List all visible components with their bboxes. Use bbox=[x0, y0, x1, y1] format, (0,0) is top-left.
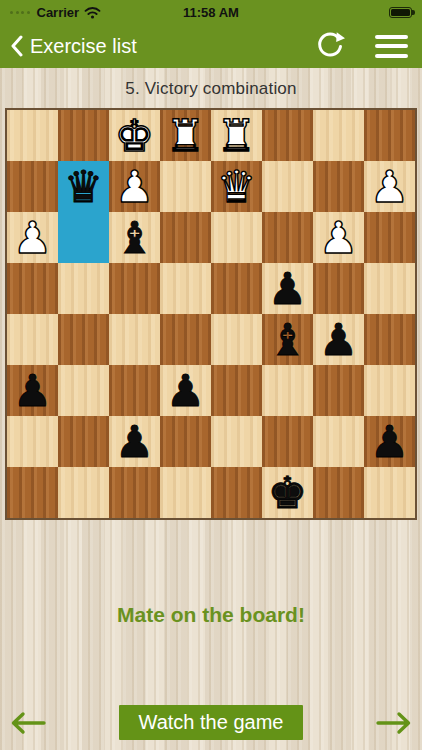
previous-exercise-button[interactable] bbox=[10, 711, 46, 735]
black-pawn-piece: ♟ bbox=[370, 416, 409, 467]
footer-controls: Watch the game bbox=[0, 705, 422, 740]
menu-button[interactable] bbox=[375, 35, 408, 58]
chevron-left-icon bbox=[10, 35, 23, 57]
square-f6[interactable] bbox=[262, 212, 313, 263]
battery-icon bbox=[389, 7, 412, 18]
square-c4[interactable] bbox=[109, 314, 160, 365]
white-rook-piece: ♜ bbox=[217, 110, 256, 161]
square-a8[interactable] bbox=[7, 110, 58, 161]
square-c5[interactable] bbox=[109, 263, 160, 314]
square-a5[interactable] bbox=[7, 263, 58, 314]
white-king-piece: ♚ bbox=[115, 110, 154, 161]
square-b5[interactable] bbox=[58, 263, 109, 314]
white-pawn-piece: ♟ bbox=[13, 212, 52, 263]
square-e7[interactable]: ♛ bbox=[211, 161, 262, 212]
square-d2[interactable] bbox=[160, 416, 211, 467]
white-pawn-piece: ♟ bbox=[370, 161, 409, 212]
square-a1[interactable] bbox=[7, 467, 58, 518]
square-h5[interactable] bbox=[364, 263, 415, 314]
square-f4[interactable]: ♝ bbox=[262, 314, 313, 365]
hamburger-menu-icon bbox=[375, 35, 408, 39]
square-g2[interactable] bbox=[313, 416, 364, 467]
square-e4[interactable] bbox=[211, 314, 262, 365]
square-d4[interactable] bbox=[160, 314, 211, 365]
square-c7[interactable]: ♟ bbox=[109, 161, 160, 212]
square-b8[interactable] bbox=[58, 110, 109, 161]
white-queen-piece: ♛ bbox=[217, 161, 256, 212]
white-pawn-piece: ♟ bbox=[319, 212, 358, 263]
black-pawn-piece: ♟ bbox=[115, 416, 154, 467]
square-a4[interactable] bbox=[7, 314, 58, 365]
square-a2[interactable] bbox=[7, 416, 58, 467]
black-queen-piece: ♛ bbox=[64, 161, 103, 212]
refresh-button[interactable] bbox=[315, 31, 345, 61]
refresh-icon bbox=[315, 31, 345, 61]
square-f7[interactable] bbox=[262, 161, 313, 212]
square-e5[interactable] bbox=[211, 263, 262, 314]
square-b3[interactable] bbox=[58, 365, 109, 416]
square-f2[interactable] bbox=[262, 416, 313, 467]
square-g8[interactable] bbox=[313, 110, 364, 161]
status-message: Mate on the board! bbox=[0, 603, 422, 627]
square-d6[interactable] bbox=[160, 212, 211, 263]
square-b2[interactable] bbox=[58, 416, 109, 467]
black-pawn-piece: ♟ bbox=[319, 314, 358, 365]
square-h7[interactable]: ♟ bbox=[364, 161, 415, 212]
square-b4[interactable] bbox=[58, 314, 109, 365]
square-d1[interactable] bbox=[160, 467, 211, 518]
square-g1[interactable] bbox=[313, 467, 364, 518]
square-e6[interactable] bbox=[211, 212, 262, 263]
square-a7[interactable] bbox=[7, 161, 58, 212]
black-king-piece: ♚ bbox=[268, 467, 307, 518]
chess-board: ♚♜♜♛♟♛♟♟♝♟♟♝♟♟♟♟♟♚ bbox=[5, 108, 417, 520]
square-h3[interactable] bbox=[364, 365, 415, 416]
square-h4[interactable] bbox=[364, 314, 415, 365]
square-e3[interactable] bbox=[211, 365, 262, 416]
nav-bar: Exercise list bbox=[0, 24, 422, 68]
square-c1[interactable] bbox=[109, 467, 160, 518]
square-c3[interactable] bbox=[109, 365, 160, 416]
clock: 11:58 AM bbox=[0, 5, 422, 20]
watch-game-button[interactable]: Watch the game bbox=[119, 705, 304, 740]
square-c8[interactable]: ♚ bbox=[109, 110, 160, 161]
square-b1[interactable] bbox=[58, 467, 109, 518]
black-pawn-piece: ♟ bbox=[13, 365, 52, 416]
square-d3[interactable]: ♟ bbox=[160, 365, 211, 416]
square-g7[interactable] bbox=[313, 161, 364, 212]
square-b7[interactable]: ♛ bbox=[58, 161, 109, 212]
square-h6[interactable] bbox=[364, 212, 415, 263]
black-bishop-piece: ♝ bbox=[268, 314, 307, 365]
square-g4[interactable]: ♟ bbox=[313, 314, 364, 365]
square-e2[interactable] bbox=[211, 416, 262, 467]
square-g6[interactable]: ♟ bbox=[313, 212, 364, 263]
back-button-label: Exercise list bbox=[30, 35, 137, 58]
square-a6[interactable]: ♟ bbox=[7, 212, 58, 263]
square-g5[interactable] bbox=[313, 263, 364, 314]
square-c6[interactable]: ♝ bbox=[109, 212, 160, 263]
page-title: 5. Victory combination bbox=[0, 79, 422, 99]
square-g3[interactable] bbox=[313, 365, 364, 416]
square-d8[interactable]: ♜ bbox=[160, 110, 211, 161]
square-c2[interactable]: ♟ bbox=[109, 416, 160, 467]
square-f3[interactable] bbox=[262, 365, 313, 416]
square-h1[interactable] bbox=[364, 467, 415, 518]
square-e1[interactable] bbox=[211, 467, 262, 518]
arrow-right-icon bbox=[376, 711, 412, 735]
square-h8[interactable] bbox=[364, 110, 415, 161]
square-d7[interactable] bbox=[160, 161, 211, 212]
square-h2[interactable]: ♟ bbox=[364, 416, 415, 467]
black-pawn-piece: ♟ bbox=[268, 263, 307, 314]
white-rook-piece: ♜ bbox=[166, 110, 205, 161]
square-f8[interactable] bbox=[262, 110, 313, 161]
next-exercise-button[interactable] bbox=[376, 711, 412, 735]
square-b6[interactable] bbox=[58, 212, 109, 263]
black-pawn-piece: ♟ bbox=[166, 365, 205, 416]
white-pawn-piece: ♟ bbox=[115, 161, 154, 212]
black-bishop-piece: ♝ bbox=[115, 212, 154, 263]
square-f5[interactable]: ♟ bbox=[262, 263, 313, 314]
square-d5[interactable] bbox=[160, 263, 211, 314]
back-button[interactable]: Exercise list bbox=[10, 35, 137, 58]
app-header: Carrier 11:58 AM Exercise list bbox=[0, 0, 422, 68]
square-e8[interactable]: ♜ bbox=[211, 110, 262, 161]
status-bar: Carrier 11:58 AM bbox=[0, 0, 422, 24]
square-a3[interactable]: ♟ bbox=[7, 365, 58, 416]
arrow-left-icon bbox=[10, 711, 46, 735]
square-f1[interactable]: ♚ bbox=[262, 467, 313, 518]
